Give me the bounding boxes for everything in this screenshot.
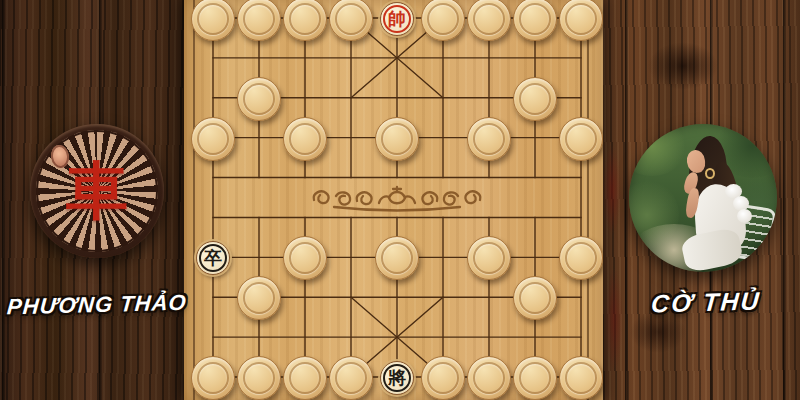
piece-ring <box>473 123 505 155</box>
piece-black-soldier-f1r7[interactable]: 卒 <box>196 241 230 275</box>
piece-ring <box>519 83 551 115</box>
hoop-earring <box>705 168 715 179</box>
piece-ring <box>243 362 275 394</box>
piece-ring <box>335 3 367 35</box>
piece-face-down-f5r4[interactable] <box>375 117 419 161</box>
piece-face-down-f6r10[interactable] <box>421 356 465 400</box>
piece-face-down-f3r4[interactable] <box>283 117 327 161</box>
piece-face-down-f8r8[interactable] <box>513 276 557 320</box>
thumbnail-canvas: 帥卒將 車 PHƯƠNG THẢO CỜ THỦ <box>0 0 800 400</box>
xiangqi-board[interactable]: 帥卒將 <box>184 0 603 400</box>
piece-face-down-f9r4[interactable] <box>559 117 603 161</box>
player-label-right: CỜ THỦ <box>611 286 800 320</box>
piece-ring <box>473 242 505 274</box>
piece-ring <box>565 3 597 35</box>
player-name-left: PHƯƠNG THẢO <box>0 289 195 320</box>
piece-ring <box>519 282 551 314</box>
piece-face-down-f2r3[interactable] <box>237 77 281 121</box>
piece-face-down-f8r10[interactable] <box>513 356 557 400</box>
chariot-character: 車 <box>30 124 164 258</box>
piece-ring <box>289 3 321 35</box>
piece-ring <box>565 123 597 155</box>
piece-ring <box>565 242 597 274</box>
piece-ring <box>473 362 505 394</box>
plank-seam <box>2 0 5 400</box>
piece-ring <box>197 123 229 155</box>
piece-ring <box>519 362 551 394</box>
board-grid <box>184 0 603 400</box>
piece-face-down-f2r10[interactable] <box>237 356 281 400</box>
piece-black-general-f5r10[interactable]: 將 <box>380 361 414 395</box>
piece-face-down-f9r7[interactable] <box>559 236 603 280</box>
piece-face-down-f3r10[interactable] <box>283 356 327 400</box>
river-ornament <box>314 187 481 211</box>
piece-ring <box>565 362 597 394</box>
piece-ring <box>519 3 551 35</box>
piece-ring <box>289 123 321 155</box>
piece-face-down-f8r3[interactable] <box>513 77 557 121</box>
piece-face-down-f3r7[interactable] <box>283 236 327 280</box>
piece-ring <box>381 242 413 274</box>
piece-face-down-f1r10[interactable] <box>191 356 235 400</box>
piece-face-down-f1r4[interactable] <box>191 117 235 161</box>
piece-ring <box>381 123 413 155</box>
plank-seam <box>783 0 786 400</box>
piece-ring <box>427 3 459 35</box>
piece-ring <box>289 242 321 274</box>
piece-ring <box>427 362 459 394</box>
piece-ring <box>243 3 275 35</box>
piece-ring <box>243 282 275 314</box>
piece-face-down-f7r4[interactable] <box>467 117 511 161</box>
dress-ruffle <box>737 209 752 223</box>
black-soldier-glyph: 卒 <box>197 242 229 274</box>
piece-face-down-f2r8[interactable] <box>237 276 281 320</box>
piece-red-general-f5r1[interactable]: 帥 <box>380 2 414 36</box>
background-red-detail <box>600 130 626 380</box>
red-general-glyph: 帥 <box>381 3 413 35</box>
piece-ring <box>197 362 229 394</box>
piece-ring <box>289 362 321 394</box>
piece-face-down-f7r7[interactable] <box>467 236 511 280</box>
piece-face-down-f7r10[interactable] <box>467 356 511 400</box>
player-avatar <box>629 124 777 272</box>
piece-ring <box>243 83 275 115</box>
piece-face-down-f5r7[interactable] <box>375 236 419 280</box>
piece-ring <box>335 362 367 394</box>
black-general-glyph: 將 <box>381 362 413 394</box>
piece-face-down-f9r10[interactable] <box>559 356 603 400</box>
piece-ring <box>197 3 229 35</box>
piece-ring <box>473 3 505 35</box>
piece-face-down-f4r10[interactable] <box>329 356 373 400</box>
chariot-seal-emblem: 車 <box>30 124 164 258</box>
